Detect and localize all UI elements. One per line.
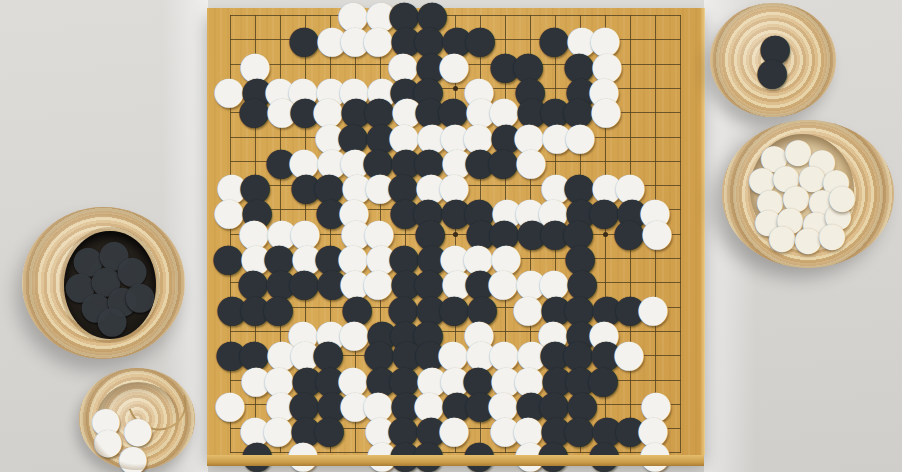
white-stone: ● xyxy=(96,429,120,453)
black-stone: ● xyxy=(242,98,266,122)
black-stone: ● xyxy=(100,307,124,331)
black-stone: ● xyxy=(110,287,134,311)
white-stone: ● xyxy=(804,210,828,234)
board-side-edge-right xyxy=(700,8,705,455)
white-stone: ● xyxy=(774,164,798,188)
black-stone: ● xyxy=(292,27,316,51)
white-stone: ● xyxy=(126,418,150,442)
white-stone: ● xyxy=(796,226,820,250)
white-stone: ● xyxy=(820,222,844,246)
black-stone: ● xyxy=(120,257,144,281)
go-board: ●●●●●●●●●●●●●●●●●●●●●●●●●●●●●●●●●●●●●●●●… xyxy=(207,8,704,455)
black-stone: ● xyxy=(292,270,316,294)
white-stone: ● xyxy=(568,124,592,148)
black-stone: ● xyxy=(94,267,118,291)
white-stone: ● xyxy=(762,144,786,168)
white-stone: ● xyxy=(784,184,808,208)
white-stone: ● xyxy=(810,188,834,212)
white-stone: ● xyxy=(121,446,145,470)
white-stone: ● xyxy=(770,224,794,248)
raffia-strand xyxy=(117,363,196,441)
black-stone: ● xyxy=(76,247,100,271)
black-stone-bowl-opening: ●●●●●●●●● xyxy=(64,231,156,339)
grid-line-vertical xyxy=(680,15,681,453)
white-stone: ● xyxy=(824,168,848,192)
white-stone: ● xyxy=(94,408,118,432)
white-stone: ● xyxy=(645,220,669,244)
black-stone: ● xyxy=(763,35,787,59)
black-stone: ● xyxy=(128,283,152,307)
board-side-edge-bottom xyxy=(207,455,704,466)
black-stone: ● xyxy=(317,417,341,441)
black-stone: ● xyxy=(102,241,126,265)
white-stone: ● xyxy=(830,184,854,208)
white-stone: ● xyxy=(750,166,774,190)
white-stone: ● xyxy=(617,341,641,365)
white-stone: ● xyxy=(641,296,665,320)
white-stone-bowl-opening: ●●●●●●●●●●●●●●●●●● xyxy=(750,134,854,246)
white-stone-tray: ●●●● xyxy=(79,368,195,470)
white-stone: ● xyxy=(758,188,782,212)
white-stone: ● xyxy=(800,164,824,188)
black-stone: ● xyxy=(617,220,641,244)
black-stone: ● xyxy=(760,59,784,83)
white-stone: ● xyxy=(826,202,850,226)
white-stone: ● xyxy=(756,208,780,232)
basket-lid-with-black-stones: ●● xyxy=(710,3,836,117)
black-stone: ● xyxy=(84,293,108,317)
white-stone: ● xyxy=(810,148,834,172)
black-stone: ● xyxy=(68,273,92,297)
white-stone: ● xyxy=(778,206,802,230)
white-stone: ● xyxy=(786,138,810,162)
black-stone: ● xyxy=(491,149,515,173)
white-stone-bowl: ●●●●●●●●●●●●●●●●●● xyxy=(722,120,894,268)
black-stone-bowl: ●●●●●●●●● xyxy=(22,207,185,359)
white-stone: ● xyxy=(594,98,618,122)
